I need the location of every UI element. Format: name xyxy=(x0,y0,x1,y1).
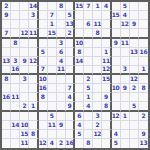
sudoku-cell-given-r12c10[interactable]: 3 xyxy=(93,112,102,121)
sudoku-cell-empty-r5c0[interactable] xyxy=(2,48,11,57)
sudoku-cell-empty-r6c4[interactable] xyxy=(39,57,48,66)
sudoku-cell-empty-r4c2[interactable] xyxy=(20,39,29,48)
sudoku-cell-given-r1c12[interactable]: 15 xyxy=(112,11,121,20)
sudoku-cell-empty-r1c9[interactable] xyxy=(84,11,93,20)
sudoku-cell-empty-r3c14[interactable] xyxy=(130,29,139,38)
sudoku-cell-given-r15c9[interactable]: 8 xyxy=(84,139,93,148)
sudoku-cell-given-r14c2[interactable]: 15 xyxy=(20,130,29,139)
sudoku-cell-empty-r12c0[interactable] xyxy=(2,112,11,121)
sudoku-cell-given-r8c0[interactable]: 8 xyxy=(2,75,11,84)
sudoku-cell-empty-r15c1[interactable] xyxy=(11,139,20,148)
sudoku-cell-given-r13c2[interactable]: 10 xyxy=(20,121,29,130)
sudoku-cell-empty-r12c7[interactable] xyxy=(66,112,75,121)
sudoku-cell-given-r6c0[interactable]: 13 xyxy=(2,57,11,66)
sudoku-cell-empty-r6c10[interactable] xyxy=(93,57,102,66)
sudoku-cell-empty-r0c4[interactable] xyxy=(39,2,48,11)
sudoku-cell-empty-r9c5[interactable] xyxy=(48,84,57,93)
sudoku-cell-given-r4c12[interactable]: 9 xyxy=(112,39,121,48)
sudoku-cell-empty-r13c9[interactable] xyxy=(84,121,93,130)
sudoku-cell-empty-r13c4[interactable] xyxy=(39,121,48,130)
sudoku-cell-given-r13c1[interactable]: 14 xyxy=(11,121,20,130)
sudoku-cell-empty-r15c3[interactable] xyxy=(29,139,38,148)
sudoku-cell-given-r4c1[interactable]: 8 xyxy=(11,39,20,48)
sudoku-cell-given-r5c14[interactable]: 13 xyxy=(130,48,139,57)
sudoku-cell-empty-r13c0[interactable] xyxy=(2,121,11,130)
sudoku-cell-empty-r9c1[interactable] xyxy=(11,84,20,93)
sudoku-cell-empty-r10c8[interactable] xyxy=(75,93,84,102)
sudoku-cell-given-r5c6[interactable]: 6 xyxy=(57,48,66,57)
sudoku-cell-given-r15c4[interactable]: 12 xyxy=(39,139,48,148)
sudoku-cell-empty-r9c8[interactable] xyxy=(75,84,84,93)
sudoku-cell-empty-r9c6[interactable] xyxy=(57,84,66,93)
sudoku-cell-given-r7c13[interactable]: 3 xyxy=(121,66,130,75)
sudoku-cell-empty-r11c13[interactable] xyxy=(121,102,130,111)
sudoku-cell-given-r7c4[interactable]: 7 xyxy=(39,66,48,75)
sudoku-cell-empty-r11c5[interactable] xyxy=(48,102,57,111)
sudoku-cell-empty-r5c3[interactable] xyxy=(29,48,38,57)
sudoku-cell-empty-r2c4[interactable] xyxy=(39,20,48,29)
sudoku-cell-given-r15c5[interactable]: 4 xyxy=(48,139,57,148)
sudoku-cell-given-r4c13[interactable]: 11 xyxy=(121,39,130,48)
sudoku-cell-empty-r4c14[interactable] xyxy=(130,39,139,48)
sudoku-cell-given-r7c1[interactable]: 16 xyxy=(11,66,20,75)
sudoku-cell-given-r6c6[interactable]: 4 xyxy=(57,57,66,66)
sudoku-cell-empty-r3c8[interactable] xyxy=(75,29,84,38)
sudoku-cell-empty-r1c15[interactable] xyxy=(139,11,148,20)
sudoku-cell-empty-r8c13[interactable] xyxy=(121,75,130,84)
sudoku-cell-empty-r0c14[interactable] xyxy=(130,2,139,11)
sudoku-cell-given-r3c0[interactable]: 7 xyxy=(2,29,11,38)
sudoku-cell-given-r0c13[interactable]: 5 xyxy=(121,2,130,11)
sudoku-cell-empty-r11c12[interactable] xyxy=(112,102,121,111)
sudoku-cell-given-r12c12[interactable]: 12 xyxy=(112,112,121,121)
sudoku-cell-given-r2c10[interactable]: 11 xyxy=(93,20,102,29)
sudoku-cell-empty-r2c15[interactable] xyxy=(139,20,148,29)
sudoku-cell-empty-r1c4[interactable] xyxy=(39,11,48,20)
sudoku-cell-given-r6c1[interactable]: 3 xyxy=(11,57,20,66)
sudoku-cell-empty-r6c9[interactable] xyxy=(84,57,93,66)
sudoku-cell-empty-r14c5[interactable] xyxy=(48,130,57,139)
sudoku-cell-empty-r13c11[interactable] xyxy=(102,121,111,130)
sudoku-cell-empty-r7c3[interactable] xyxy=(29,66,38,75)
sudoku-cell-empty-r10c14[interactable] xyxy=(130,93,139,102)
sudoku-cell-given-r10c4[interactable]: 8 xyxy=(39,93,48,102)
sudoku-cell-empty-r3c15[interactable] xyxy=(139,29,148,38)
sudoku-cell-empty-r9c0[interactable] xyxy=(2,84,11,93)
sudoku-cell-given-r5c11[interactable]: 1 xyxy=(102,48,111,57)
sudoku-cell-empty-r1c1[interactable] xyxy=(11,11,20,20)
sudoku-cell-empty-r4c9[interactable] xyxy=(84,39,93,48)
sudoku-cell-empty-r11c10[interactable] xyxy=(93,102,102,111)
sudoku-cell-empty-r13c12[interactable] xyxy=(112,121,121,130)
sudoku-cell-empty-r12c4[interactable] xyxy=(39,112,48,121)
sudoku-cell-given-r0c3[interactable]: 14 xyxy=(29,2,38,11)
sudoku-cell-empty-r1c2[interactable] xyxy=(20,11,29,20)
sudoku-board: 2148157145937515411361112971211152883109… xyxy=(0,0,150,150)
sudoku-cell-given-r15c12[interactable]: 5 xyxy=(112,139,121,148)
sudoku-cell-given-r13c6[interactable]: 9 xyxy=(57,121,66,130)
sudoku-cell-given-r2c5[interactable]: 1 xyxy=(48,20,57,29)
sudoku-cell-empty-r15c13[interactable] xyxy=(121,139,130,148)
sudoku-cell-given-r9c7[interactable]: 7 xyxy=(66,84,75,93)
sudoku-cell-given-r0c6[interactable]: 8 xyxy=(57,2,66,11)
sudoku-cell-given-r8c4[interactable]: 10 xyxy=(39,75,48,84)
sudoku-cell-given-r8c11[interactable]: 15 xyxy=(102,75,111,84)
sudoku-cell-empty-r2c8[interactable] xyxy=(75,20,84,29)
sudoku-cell-empty-r14c7[interactable] xyxy=(66,130,75,139)
sudoku-cell-given-r3c7[interactable]: 2 xyxy=(66,29,75,38)
sudoku-cell-empty-r4c5[interactable] xyxy=(48,39,57,48)
sudoku-cell-empty-r9c2[interactable] xyxy=(20,84,29,93)
sudoku-cell-given-r15c6[interactable]: 2 xyxy=(57,139,66,148)
sudoku-cell-empty-r4c3[interactable] xyxy=(29,39,38,48)
sudoku-cell-empty-r10c10[interactable] xyxy=(93,93,102,102)
sudoku-cell-given-r3c10[interactable]: 8 xyxy=(93,29,102,38)
sudoku-cell-empty-r8c15[interactable] xyxy=(139,75,148,84)
sudoku-cell-empty-r2c12[interactable] xyxy=(112,20,121,29)
sudoku-cell-given-r6c3[interactable]: 12 xyxy=(29,57,38,66)
sudoku-cell-empty-r0c7[interactable] xyxy=(66,2,75,11)
sudoku-cell-empty-r11c6[interactable] xyxy=(57,102,66,111)
sudoku-cell-given-r12c8[interactable]: 6 xyxy=(75,112,84,121)
sudoku-cell-given-r8c2[interactable]: 3 xyxy=(20,75,29,84)
sudoku-cell-given-r15c7[interactable]: 16 xyxy=(66,139,75,148)
sudoku-cell-given-r8c14[interactable]: 12 xyxy=(130,75,139,84)
sudoku-cell-empty-r2c3[interactable] xyxy=(29,20,38,29)
sudoku-cell-given-r6c2[interactable]: 9 xyxy=(20,57,29,66)
sudoku-cell-given-r7c15[interactable]: 1 xyxy=(139,66,148,75)
sudoku-cell-empty-r14c0[interactable] xyxy=(2,130,11,139)
sudoku-cell-empty-r8c3[interactable] xyxy=(29,75,38,84)
sudoku-cell-empty-r3c13[interactable] xyxy=(121,29,130,38)
sudoku-cell-empty-r0c12[interactable] xyxy=(112,2,121,11)
sudoku-cell-empty-r0c5[interactable] xyxy=(48,2,57,11)
sudoku-cell-given-r13c5[interactable]: 11 xyxy=(48,121,57,130)
sudoku-cell-given-r14c15[interactable]: 9 xyxy=(139,130,148,139)
sudoku-cell-empty-r12c2[interactable] xyxy=(20,112,29,121)
sudoku-cell-empty-r13c13[interactable] xyxy=(121,121,130,130)
sudoku-cell-empty-r2c6[interactable] xyxy=(57,20,66,29)
sudoku-cell-given-r10c7[interactable]: 4 xyxy=(66,93,75,102)
sudoku-cell-empty-r11c15[interactable] xyxy=(139,102,148,111)
sudoku-cell-given-r4c8[interactable]: 10 xyxy=(75,39,84,48)
sudoku-cell-given-r9c4[interactable]: 16 xyxy=(39,84,48,93)
sudoku-cell-given-r15c2[interactable]: 11 xyxy=(20,139,29,148)
sudoku-cell-empty-r5c13[interactable] xyxy=(121,48,130,57)
sudoku-cell-empty-r13c3[interactable] xyxy=(29,121,38,130)
sudoku-cell-empty-r8c5[interactable] xyxy=(48,75,57,84)
sudoku-cell-given-r1c0[interactable]: 9 xyxy=(2,11,11,20)
sudoku-cell-empty-r9c3[interactable] xyxy=(29,84,38,93)
sudoku-cell-given-r10c0[interactable]: 16 xyxy=(2,93,11,102)
sudoku-cell-empty-r1c11[interactable] xyxy=(102,11,111,20)
sudoku-cell-empty-r13c14[interactable] xyxy=(130,121,139,130)
sudoku-cell-empty-r10c3[interactable] xyxy=(29,93,38,102)
sudoku-cell-empty-r8c1[interactable] xyxy=(11,75,20,84)
sudoku-cell-empty-r3c1[interactable] xyxy=(11,29,20,38)
sudoku-cell-empty-r15c10[interactable] xyxy=(93,139,102,148)
sudoku-cell-given-r6c8[interactable]: 14 xyxy=(75,57,84,66)
sudoku-cell-empty-r0c15[interactable] xyxy=(139,2,148,11)
sudoku-cell-given-r11c3[interactable]: 1 xyxy=(29,102,38,111)
sudoku-cell-given-r5c8[interactable]: 8 xyxy=(75,48,84,57)
sudoku-cell-empty-r1c14[interactable] xyxy=(130,11,139,20)
sudoku-cell-empty-r2c11[interactable] xyxy=(102,20,111,29)
sudoku-cell-empty-r15c14[interactable] xyxy=(130,139,139,148)
sudoku-cell-empty-r6c7[interactable] xyxy=(66,57,75,66)
sudoku-cell-given-r3c2[interactable]: 12 xyxy=(20,29,29,38)
sudoku-cell-empty-r8c12[interactable] xyxy=(112,75,121,84)
sudoku-cell-given-r13c10[interactable]: 2 xyxy=(93,121,102,130)
sudoku-cell-given-r13c8[interactable]: 4 xyxy=(75,121,84,130)
sudoku-cell-empty-r3c12[interactable] xyxy=(112,29,121,38)
sudoku-cell-given-r1c3[interactable]: 3 xyxy=(29,11,38,20)
sudoku-cell-given-r11c9[interactable]: 4 xyxy=(84,102,93,111)
sudoku-cell-given-r1c5[interactable]: 7 xyxy=(48,11,57,20)
sudoku-cell-empty-r7c8[interactable] xyxy=(75,66,84,75)
sudoku-cell-empty-r4c11[interactable] xyxy=(102,39,111,48)
sudoku-cell-empty-r4c0[interactable] xyxy=(2,39,11,48)
sudoku-cell-empty-r7c9[interactable] xyxy=(84,66,93,75)
sudoku-cell-empty-r7c10[interactable] xyxy=(93,66,102,75)
sudoku-cell-empty-r14c4[interactable] xyxy=(39,130,48,139)
sudoku-cell-empty-r12c6[interactable] xyxy=(57,112,66,121)
sudoku-cell-given-r0c8[interactable]: 15 xyxy=(75,2,84,11)
sudoku-cell-given-r9c12[interactable]: 10 xyxy=(112,84,121,93)
sudoku-cell-empty-r12c9[interactable] xyxy=(84,112,93,121)
sudoku-cell-given-r2c14[interactable]: 9 xyxy=(130,20,139,29)
sudoku-cell-empty-r14c11[interactable] xyxy=(102,130,111,139)
sudoku-cell-empty-r4c10[interactable] xyxy=(93,39,102,48)
sudoku-cell-empty-r4c4[interactable] xyxy=(39,39,48,48)
sudoku-cell-given-r11c2[interactable]: 2 xyxy=(20,102,29,111)
sudoku-cell-empty-r4c15[interactable] xyxy=(139,39,148,48)
sudoku-cell-empty-r5c7[interactable] xyxy=(66,48,75,57)
sudoku-cell-empty-r5c9[interactable] xyxy=(84,48,93,57)
sudoku-cell-given-r12c13[interactable]: 1 xyxy=(121,112,130,121)
sudoku-cell-empty-r3c4[interactable] xyxy=(39,29,48,38)
sudoku-cell-given-r10c1[interactable]: 11 xyxy=(11,93,20,102)
sudoku-cell-empty-r10c5[interactable] xyxy=(48,93,57,102)
sudoku-cell-empty-r8c6[interactable] xyxy=(57,75,66,84)
sudoku-cell-given-r0c11[interactable]: 4 xyxy=(102,2,111,11)
sudoku-cell-empty-r9c11[interactable] xyxy=(102,84,111,93)
sudoku-cell-empty-r14c1[interactable] xyxy=(11,130,20,139)
sudoku-cell-empty-r14c14[interactable] xyxy=(130,130,139,139)
sudoku-cell-empty-r12c11[interactable] xyxy=(102,112,111,121)
sudoku-cell-given-r6c11[interactable]: 11 xyxy=(102,57,111,66)
sudoku-cell-empty-r7c7[interactable] xyxy=(66,66,75,75)
sudoku-cell-empty-r6c13[interactable] xyxy=(121,57,130,66)
sudoku-cell-given-r14c8[interactable]: 5 xyxy=(75,130,84,139)
sudoku-cell-empty-r4c7[interactable] xyxy=(66,39,75,48)
sudoku-cell-empty-r8c7[interactable] xyxy=(66,75,75,84)
sudoku-cell-given-r10c9[interactable]: 1 xyxy=(84,93,93,102)
sudoku-cell-given-r8c9[interactable]: 2 xyxy=(84,75,93,84)
sudoku-cell-empty-r7c12[interactable] xyxy=(112,66,121,75)
sudoku-cell-given-r14c3[interactable]: 8 xyxy=(29,130,38,139)
sudoku-cell-given-r7c6[interactable]: 11 xyxy=(57,66,66,75)
sudoku-cell-given-r7c11[interactable]: 12 xyxy=(102,66,111,75)
sudoku-cell-given-r3c5[interactable]: 15 xyxy=(48,29,57,38)
sudoku-cell-empty-r1c6[interactable] xyxy=(57,11,66,20)
sudoku-cell-empty-r5c10[interactable] xyxy=(93,48,102,57)
sudoku-cell-given-r11c11[interactable]: 8 xyxy=(102,102,111,111)
sudoku-cell-empty-r6c12[interactable] xyxy=(112,57,121,66)
sudoku-cell-empty-r11c1[interactable] xyxy=(11,102,20,111)
sudoku-cell-empty-r3c11[interactable] xyxy=(102,29,111,38)
sudoku-cell-empty-r10c6[interactable] xyxy=(57,93,66,102)
sudoku-cell-empty-r14c9[interactable] xyxy=(84,130,93,139)
sudoku-cell-given-r5c4[interactable]: 5 xyxy=(39,48,48,57)
sudoku-cell-empty-r8c8[interactable] xyxy=(75,75,84,84)
sudoku-cell-empty-r15c11[interactable] xyxy=(102,139,111,148)
sudoku-cell-empty-r3c9[interactable] xyxy=(84,29,93,38)
sudoku-cell-given-r10c11[interactable]: 9 xyxy=(102,93,111,102)
sudoku-cell-given-r14c10[interactable]: 12 xyxy=(93,130,102,139)
sudoku-cell-given-r9c15[interactable]: 8 xyxy=(139,84,148,93)
sudoku-cell-empty-r7c2[interactable] xyxy=(20,66,29,75)
sudoku-cell-empty-r8c10[interactable] xyxy=(93,75,102,84)
sudoku-cell-given-r2c7[interactable]: 13 xyxy=(66,20,75,29)
sudoku-cell-given-r1c13[interactable]: 4 xyxy=(121,11,130,20)
sudoku-cell-empty-r10c12[interactable] xyxy=(112,93,121,102)
sudoku-cell-empty-r0c1[interactable] xyxy=(11,2,20,11)
sudoku-cell-empty-r12c1[interactable] xyxy=(11,112,20,121)
sudoku-cell-empty-r2c2[interactable] xyxy=(20,20,29,29)
sudoku-cell-empty-r2c0[interactable] xyxy=(2,20,11,29)
sudoku-cell-given-r9c9[interactable]: 5 xyxy=(84,84,93,93)
sudoku-cell-empty-r11c4[interactable] xyxy=(39,102,48,111)
sudoku-cell-given-r1c7[interactable]: 5 xyxy=(66,11,75,20)
sudoku-cell-empty-r11c8[interactable] xyxy=(75,102,84,111)
sudoku-cell-empty-r13c15[interactable] xyxy=(139,121,148,130)
sudoku-cell-empty-r14c6[interactable] xyxy=(57,130,66,139)
sudoku-cell-empty-r10c15[interactable] xyxy=(139,93,148,102)
sudoku-cell-empty-r10c2[interactable] xyxy=(20,93,29,102)
sudoku-cell-given-r11c7[interactable]: 9 xyxy=(66,102,75,111)
sudoku-cell-given-r9c14[interactable]: 2 xyxy=(130,84,139,93)
sudoku-cell-given-r12c15[interactable]: 2 xyxy=(139,112,148,121)
sudoku-cell-given-r3c3[interactable]: 11 xyxy=(29,29,38,38)
sudoku-cell-given-r5c15[interactable]: 16 xyxy=(139,48,148,57)
sudoku-cell-empty-r15c0[interactable] xyxy=(2,139,11,148)
sudoku-cell-empty-r3c6[interactable] xyxy=(57,29,66,38)
sudoku-cell-empty-r1c10[interactable] xyxy=(93,11,102,20)
sudoku-cell-empty-r2c1[interactable] xyxy=(11,20,20,29)
sudoku-cell-given-r0c0[interactable]: 2 xyxy=(2,2,11,11)
sudoku-cell-empty-r5c2[interactable] xyxy=(20,48,29,57)
sudoku-cell-given-r0c10[interactable]: 1 xyxy=(93,2,102,11)
sudoku-cell-empty-r11c0[interactable] xyxy=(2,102,11,111)
sudoku-cell-given-r15c15[interactable]: 13 xyxy=(139,139,148,148)
sudoku-cell-empty-r10c13[interactable] xyxy=(121,93,130,102)
sudoku-cell-empty-r15c8[interactable] xyxy=(75,139,84,148)
sudoku-cell-empty-r12c14[interactable] xyxy=(130,112,139,121)
sudoku-cell-given-r0c9[interactable]: 7 xyxy=(84,2,93,11)
sudoku-cell-empty-r5c5[interactable] xyxy=(48,48,57,57)
sudoku-cell-empty-r7c0[interactable] xyxy=(2,66,11,75)
sudoku-cell-empty-r12c3[interactable] xyxy=(29,112,38,121)
sudoku-cell-given-r4c6[interactable]: 3 xyxy=(57,39,66,48)
sudoku-cell-empty-r6c14[interactable] xyxy=(130,57,139,66)
sudoku-cell-given-r11c14[interactable]: 5 xyxy=(130,102,139,111)
sudoku-cell-given-r12c5[interactable]: 5 xyxy=(48,112,57,121)
sudoku-cell-empty-r5c12[interactable] xyxy=(112,48,121,57)
sudoku-cell-empty-r6c15[interactable] xyxy=(139,57,148,66)
sudoku-cell-given-r9c13[interactable]: 9 xyxy=(121,84,130,93)
sudoku-cell-empty-r7c5[interactable] xyxy=(48,66,57,75)
sudoku-cell-empty-r1c8[interactable] xyxy=(75,11,84,20)
sudoku-cell-empty-r6c5[interactable] xyxy=(48,57,57,66)
sudoku-cell-empty-r13c7[interactable] xyxy=(66,121,75,130)
sudoku-cell-empty-r7c14[interactable] xyxy=(130,66,139,75)
sudoku-cell-given-r14c12[interactable]: 4 xyxy=(112,130,121,139)
sudoku-cell-empty-r14c13[interactable] xyxy=(121,130,130,139)
sudoku-cell-empty-r5c1[interactable] xyxy=(11,48,20,57)
sudoku-cell-empty-r9c10[interactable] xyxy=(93,84,102,93)
sudoku-cell-given-r2c9[interactable]: 6 xyxy=(84,20,93,29)
sudoku-cell-given-r2c13[interactable]: 12 xyxy=(121,20,130,29)
sudoku-cell-empty-r0c2[interactable] xyxy=(20,2,29,11)
